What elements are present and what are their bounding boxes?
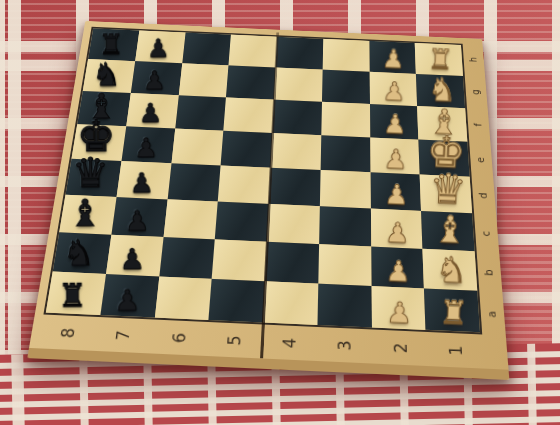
white-pawn[interactable]: ♟ <box>385 257 412 286</box>
white-bishop[interactable]: ♝ <box>432 211 467 249</box>
square-f5[interactable] <box>224 97 274 133</box>
square-d5[interactable] <box>218 165 271 203</box>
square-f3[interactable] <box>321 102 370 138</box>
square-d7[interactable]: ♟ <box>116 161 171 199</box>
black-queen[interactable]: ♛ <box>72 153 109 194</box>
black-pawn[interactable]: ♟ <box>147 36 170 61</box>
square-a3[interactable] <box>317 284 371 328</box>
square-b7[interactable]: ♟ <box>106 235 163 277</box>
white-pawn[interactable]: ♟ <box>383 145 408 173</box>
square-c2[interactable]: ♟ <box>370 209 422 249</box>
square-c3[interactable] <box>319 206 371 246</box>
square-e5[interactable] <box>221 131 272 168</box>
square-h2[interactable]: ♟ <box>369 41 416 74</box>
white-pawn[interactable]: ♟ <box>383 110 407 137</box>
file-label-f: f <box>457 116 500 133</box>
square-b6[interactable] <box>159 237 215 279</box>
white-pawn[interactable]: ♟ <box>382 78 406 104</box>
chess-board: ♜♟♟♜♞♟♟♞♝♟♟♝♚♟♟♚♛♟♟♛♝♟♟♝♞♟♟♞♜♟♟♜ 8765432… <box>46 0 506 425</box>
white-pawn[interactable]: ♟ <box>384 218 410 247</box>
square-h7[interactable]: ♟ <box>135 30 185 63</box>
white-pawn[interactable]: ♟ <box>384 180 409 208</box>
white-pawn[interactable]: ♟ <box>381 46 404 72</box>
square-h6[interactable] <box>182 33 231 66</box>
square-c7[interactable]: ♟ <box>111 197 167 237</box>
square-a5[interactable] <box>209 279 265 323</box>
square-b5[interactable] <box>212 239 267 281</box>
square-g7[interactable]: ♟ <box>131 61 182 95</box>
square-a4[interactable] <box>263 281 318 325</box>
square-b2[interactable]: ♟ <box>371 246 424 288</box>
square-b3[interactable] <box>318 244 371 286</box>
square-a7[interactable]: ♟ <box>100 274 159 318</box>
black-rook[interactable]: ♜ <box>59 280 88 312</box>
square-c8[interactable]: ♝ <box>59 195 116 235</box>
square-c6[interactable] <box>163 199 218 239</box>
square-e6[interactable] <box>171 129 223 166</box>
square-g4[interactable] <box>274 68 322 102</box>
board-frame: ♜♟♟♜♞♟♟♞♝♟♟♝♚♟♟♚♛♟♟♛♝♟♟♝♞♟♟♞♜♟♟♜ 8765432… <box>27 21 509 380</box>
square-c1[interactable]: ♝ <box>421 211 474 251</box>
square-f6[interactable] <box>175 95 226 131</box>
black-pawn[interactable]: ♟ <box>114 285 140 314</box>
square-e3[interactable] <box>320 135 370 172</box>
black-bishop[interactable]: ♝ <box>69 195 102 232</box>
file-label-h: h <box>453 52 494 68</box>
file-label-g: g <box>455 83 497 100</box>
square-d4[interactable] <box>269 168 321 207</box>
square-b1[interactable]: ♞ <box>423 249 478 291</box>
square-g5[interactable] <box>226 65 275 99</box>
white-rook[interactable]: ♜ <box>438 296 468 329</box>
square-a6[interactable] <box>154 276 212 320</box>
square-g3[interactable] <box>322 70 370 104</box>
square-g2[interactable]: ♟ <box>369 72 417 106</box>
white-knight[interactable]: ♞ <box>435 252 468 289</box>
tablecloth: ♜♟♟♜♞♟♟♞♝♟♟♝♚♟♟♚♛♟♟♛♝♟♟♝♞♟♟♞♜♟♟♜ 8765432… <box>0 0 560 425</box>
square-h5[interactable] <box>229 35 277 68</box>
black-pawn[interactable]: ♟ <box>125 206 150 234</box>
square-h4[interactable] <box>276 37 323 70</box>
black-pawn[interactable]: ♟ <box>120 245 146 273</box>
square-d6[interactable] <box>167 163 221 201</box>
square-a8[interactable]: ♜ <box>46 272 106 315</box>
white-queen[interactable]: ♛ <box>428 168 467 211</box>
square-f4[interactable] <box>272 100 321 136</box>
square-f2[interactable]: ♟ <box>370 104 419 140</box>
black-rook[interactable]: ♜ <box>99 31 124 59</box>
white-pawn[interactable]: ♟ <box>386 297 413 327</box>
square-e7[interactable]: ♟ <box>121 126 175 163</box>
square-c4[interactable] <box>267 204 320 244</box>
square-e2[interactable]: ♟ <box>370 137 420 174</box>
black-pawn[interactable]: ♟ <box>143 67 166 93</box>
black-pawn[interactable]: ♟ <box>139 100 162 126</box>
square-c5[interactable] <box>215 202 269 242</box>
square-h3[interactable] <box>322 39 369 72</box>
square-a2[interactable]: ♟ <box>371 286 426 330</box>
square-b8[interactable]: ♞ <box>53 232 111 274</box>
square-g6[interactable] <box>178 63 228 97</box>
file-label-d: d <box>462 186 506 205</box>
square-e4[interactable] <box>271 133 321 170</box>
black-pawn[interactable]: ♟ <box>130 169 154 196</box>
square-f7[interactable]: ♟ <box>126 93 178 128</box>
square-d2[interactable]: ♟ <box>370 172 421 211</box>
square-d3[interactable] <box>320 170 371 209</box>
square-b4[interactable] <box>265 242 319 284</box>
black-knight[interactable]: ♞ <box>63 235 95 271</box>
square-a1[interactable]: ♜ <box>424 288 480 332</box>
black-pawn[interactable]: ♟ <box>134 134 158 161</box>
